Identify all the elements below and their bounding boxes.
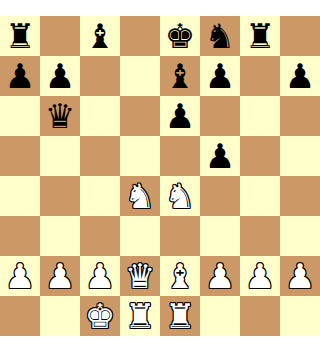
- square-d5[interactable]: [120, 136, 160, 176]
- square-d6[interactable]: [120, 96, 160, 136]
- square-d2[interactable]: ♛: [120, 256, 160, 296]
- square-h1[interactable]: [280, 296, 320, 336]
- piece-black-queen: ♛: [40, 96, 80, 136]
- square-c3[interactable]: [80, 216, 120, 256]
- square-a1[interactable]: [0, 296, 40, 336]
- square-g7[interactable]: [240, 56, 280, 96]
- square-b2[interactable]: ♟: [40, 256, 80, 296]
- square-f1[interactable]: [200, 296, 240, 336]
- piece-black-bishop: ♝: [80, 16, 120, 56]
- piece-black-bishop: ♝: [160, 56, 200, 96]
- square-f6[interactable]: [200, 96, 240, 136]
- square-d3[interactable]: [120, 216, 160, 256]
- piece-black-rook: ♜: [240, 16, 280, 56]
- piece-white-pawn: ♟: [0, 256, 40, 296]
- square-a5[interactable]: [0, 136, 40, 176]
- square-g5[interactable]: [240, 136, 280, 176]
- piece-white-pawn: ♟: [80, 256, 120, 296]
- square-g1[interactable]: [240, 296, 280, 336]
- square-f8[interactable]: ♞: [200, 16, 240, 56]
- piece-white-rook: ♜: [120, 296, 160, 336]
- square-g2[interactable]: ♟: [240, 256, 280, 296]
- square-e4[interactable]: ♞: [160, 176, 200, 216]
- square-a7[interactable]: ♟: [0, 56, 40, 96]
- square-b6[interactable]: ♛: [40, 96, 80, 136]
- piece-white-king: ♚: [80, 296, 120, 336]
- piece-white-knight: ♞: [120, 176, 160, 216]
- square-h7[interactable]: ♟: [280, 56, 320, 96]
- piece-white-pawn: ♟: [240, 256, 280, 296]
- square-e3[interactable]: [160, 216, 200, 256]
- square-h8[interactable]: [280, 16, 320, 56]
- piece-black-pawn: ♟: [40, 56, 80, 96]
- piece-white-rook: ♜: [160, 296, 200, 336]
- piece-white-pawn: ♟: [200, 256, 240, 296]
- square-a6[interactable]: [0, 96, 40, 136]
- piece-black-king: ♚: [160, 16, 200, 56]
- chess-puzzle-window: T1.2847 ♜♝♚♞♜♟♟♝♟♟♛♟♟♞♞♟♟♟♛♝♟♟♟♚♜♜ 1. ?: [0, 0, 320, 360]
- square-c1[interactable]: ♚: [80, 296, 120, 336]
- square-b3[interactable]: [40, 216, 80, 256]
- square-c6[interactable]: [80, 96, 120, 136]
- square-f5[interactable]: ♟: [200, 136, 240, 176]
- square-b8[interactable]: [40, 16, 80, 56]
- square-f2[interactable]: ♟: [200, 256, 240, 296]
- square-e1[interactable]: ♜: [160, 296, 200, 336]
- square-e5[interactable]: [160, 136, 200, 176]
- square-f3[interactable]: [200, 216, 240, 256]
- piece-black-pawn: ♟: [0, 56, 40, 96]
- square-g4[interactable]: [240, 176, 280, 216]
- square-e2[interactable]: ♝: [160, 256, 200, 296]
- square-b7[interactable]: ♟: [40, 56, 80, 96]
- square-c8[interactable]: ♝: [80, 16, 120, 56]
- square-c4[interactable]: [80, 176, 120, 216]
- square-a3[interactable]: [0, 216, 40, 256]
- square-c5[interactable]: [80, 136, 120, 176]
- piece-white-queen: ♛: [120, 256, 160, 296]
- piece-black-pawn: ♟: [200, 136, 240, 176]
- square-d4[interactable]: ♞: [120, 176, 160, 216]
- move-prompt-bar: 1. ?: [0, 336, 320, 360]
- square-g8[interactable]: ♜: [240, 16, 280, 56]
- piece-black-pawn: ♟: [200, 56, 240, 96]
- square-f4[interactable]: [200, 176, 240, 216]
- square-b1[interactable]: [40, 296, 80, 336]
- piece-white-knight: ♞: [160, 176, 200, 216]
- square-e7[interactable]: ♝: [160, 56, 200, 96]
- piece-white-pawn: ♟: [40, 256, 80, 296]
- square-h6[interactable]: [280, 96, 320, 136]
- square-c7[interactable]: [80, 56, 120, 96]
- square-e6[interactable]: ♟: [160, 96, 200, 136]
- square-a8[interactable]: ♜: [0, 16, 40, 56]
- square-c2[interactable]: ♟: [80, 256, 120, 296]
- square-a4[interactable]: [0, 176, 40, 216]
- title-bar: T1.2847: [0, 0, 320, 16]
- square-a2[interactable]: ♟: [0, 256, 40, 296]
- square-h5[interactable]: [280, 136, 320, 176]
- square-d7[interactable]: [120, 56, 160, 96]
- chess-board: ♜♝♚♞♜♟♟♝♟♟♛♟♟♞♞♟♟♟♛♝♟♟♟♚♜♜: [0, 16, 320, 336]
- square-d8[interactable]: [120, 16, 160, 56]
- square-b5[interactable]: [40, 136, 80, 176]
- square-h2[interactable]: ♟: [280, 256, 320, 296]
- piece-black-rook: ♜: [0, 16, 40, 56]
- square-g3[interactable]: [240, 216, 280, 256]
- square-g6[interactable]: [240, 96, 280, 136]
- square-d1[interactable]: ♜: [120, 296, 160, 336]
- piece-black-knight: ♞: [200, 16, 240, 56]
- piece-white-bishop: ♝: [160, 256, 200, 296]
- square-f7[interactable]: ♟: [200, 56, 240, 96]
- square-b4[interactable]: [40, 176, 80, 216]
- square-h4[interactable]: [280, 176, 320, 216]
- piece-black-pawn: ♟: [160, 96, 200, 136]
- piece-black-pawn: ♟: [280, 56, 320, 96]
- piece-white-pawn: ♟: [280, 256, 320, 296]
- square-e8[interactable]: ♚: [160, 16, 200, 56]
- square-h3[interactable]: [280, 216, 320, 256]
